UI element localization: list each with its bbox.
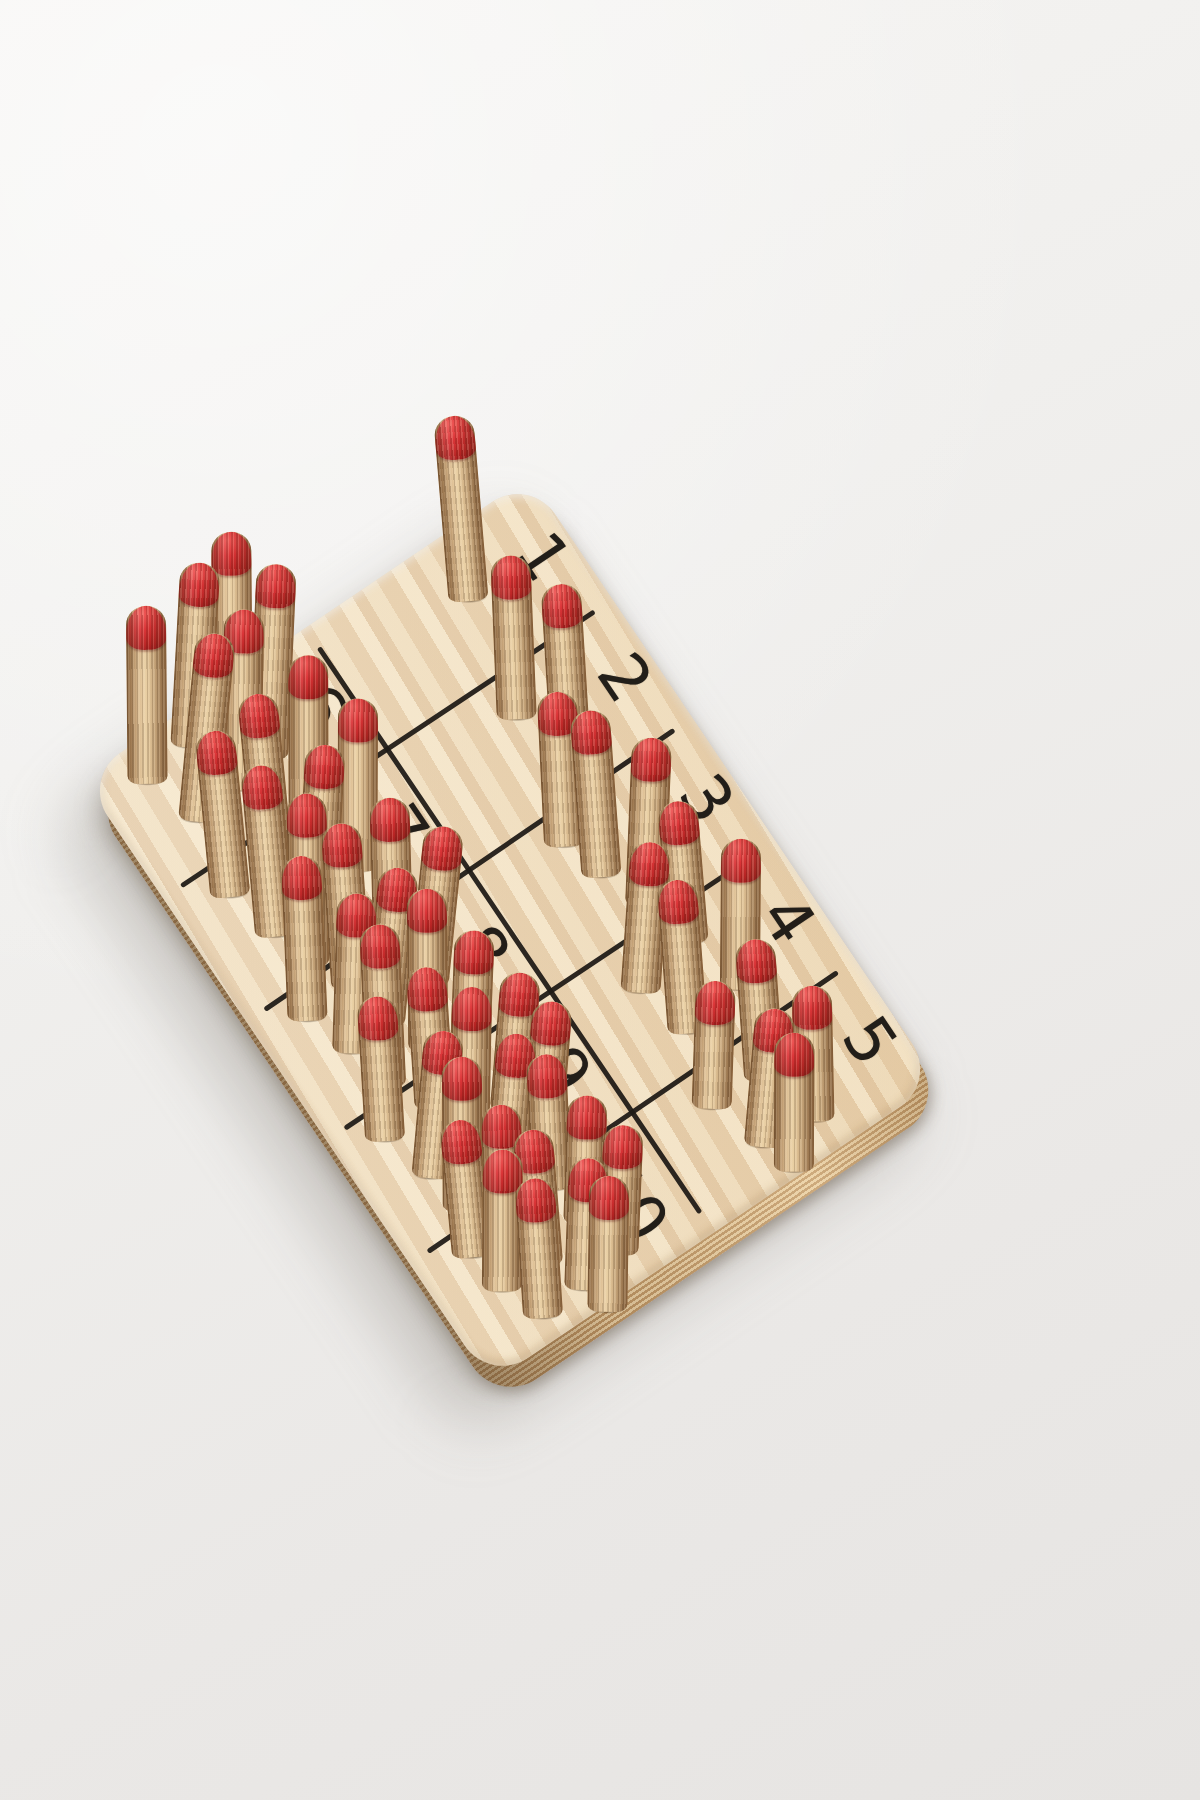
peg-1-1[interactable] <box>434 414 489 603</box>
peg-10-10[interactable] <box>587 1176 629 1313</box>
peg-8-1[interactable] <box>280 855 327 1022</box>
peg-10-7[interactable] <box>514 1177 563 1319</box>
pegboard: 6 7 8 9 10 1 2 3 4 5 <box>82 476 938 1383</box>
photo-scene: 6 7 8 9 10 1 2 3 4 5 <box>0 0 1200 1800</box>
peg-2-1[interactable] <box>490 555 537 720</box>
board-face: 6 7 8 9 10 1 2 3 4 5 <box>82 476 938 1383</box>
peg-9-1[interactable] <box>356 995 405 1142</box>
peg-3-2[interactable] <box>570 709 622 878</box>
peg-layer <box>82 476 938 1383</box>
peg-5-1[interactable] <box>691 981 735 1110</box>
peg-5-5[interactable] <box>774 1033 814 1172</box>
peg-6-1[interactable] <box>126 606 168 784</box>
